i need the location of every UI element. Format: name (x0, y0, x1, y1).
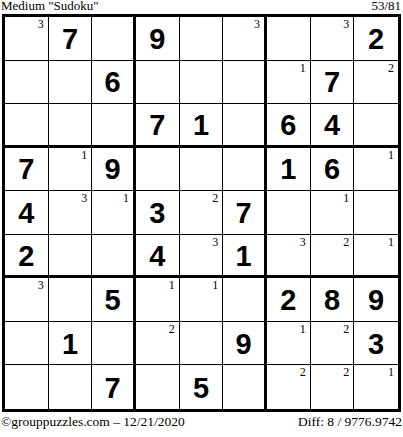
corner-mark: 3 (212, 235, 218, 249)
cell-r6c5[interactable]: 3 (180, 235, 224, 279)
cell-r3c1[interactable] (5, 104, 49, 148)
corner-mark: 2 (343, 322, 349, 336)
cell-r6c8[interactable]: 2 (311, 235, 355, 279)
corner-mark: 1 (388, 148, 394, 162)
corner-mark: 3 (343, 17, 349, 31)
cell-r8c7[interactable]: 1 (267, 322, 311, 366)
cell-r5c5[interactable]: 2 (180, 191, 224, 235)
given-digit: 8 (311, 278, 354, 321)
given-digit: 2 (5, 235, 48, 276)
corner-mark: 3 (300, 235, 306, 249)
cell-r3c7[interactable]: 6 (267, 104, 311, 148)
cell-r5c8[interactable]: 1 (311, 191, 355, 235)
cell-r7c3[interactable]: 5 (92, 278, 136, 322)
cell-r5c1[interactable]: 4 (5, 191, 49, 235)
corner-mark: 2 (212, 191, 218, 205)
cell-r9c9[interactable]: 1 (354, 365, 398, 409)
cell-r5c3[interactable]: 1 (92, 191, 136, 235)
cell-r2c3[interactable]: 6 (92, 61, 136, 105)
cell-r4c9[interactable]: 1 (354, 148, 398, 192)
given-digit: 7 (136, 104, 179, 145)
cell-r4c5[interactable] (180, 148, 224, 192)
cell-r7c1[interactable]: 3 (5, 278, 49, 322)
cell-r1c2[interactable]: 7 (49, 17, 93, 61)
given-digit: 4 (5, 191, 48, 234)
given-digit: 6 (92, 61, 133, 104)
cell-r8c4[interactable]: 2 (136, 322, 180, 366)
cell-r9c2[interactable] (49, 365, 93, 409)
cell-r9c3[interactable]: 7 (92, 365, 136, 409)
cell-r6c3[interactable] (92, 235, 136, 279)
cell-r7c8[interactable]: 8 (311, 278, 355, 322)
cell-r2c7[interactable]: 1 (267, 61, 311, 105)
cell-r1c6[interactable]: 3 (223, 17, 267, 61)
corner-mark: 1 (388, 235, 394, 249)
cell-r8c8[interactable]: 2 (311, 322, 355, 366)
cell-r6c9[interactable]: 1 (354, 235, 398, 279)
cell-r2c2[interactable] (49, 61, 93, 105)
corner-mark: 2 (388, 61, 394, 75)
cell-r8c1[interactable] (5, 322, 49, 366)
corner-mark: 2 (343, 365, 349, 379)
cell-r8c5[interactable] (180, 322, 224, 366)
given-digit: 3 (354, 322, 398, 365)
cell-r8c2[interactable]: 1 (49, 322, 93, 366)
cell-r5c2[interactable]: 3 (49, 191, 93, 235)
corner-mark: 3 (38, 278, 44, 292)
difficulty-text: Diff: 8 / 9776.9742 (298, 414, 402, 430)
cell-r9c4[interactable] (136, 365, 180, 409)
given-digit: 5 (180, 365, 223, 409)
given-digit: 3 (136, 191, 179, 234)
given-digit: 9 (92, 148, 133, 191)
given-digit: 9 (223, 322, 264, 365)
cell-counter: 53/81 (371, 0, 401, 13)
cell-r6c6[interactable]: 1 (223, 235, 267, 279)
given-digit: 1 (267, 148, 310, 191)
corner-mark: 2 (169, 322, 175, 336)
cell-r9c8[interactable]: 2 (311, 365, 355, 409)
given-digit: 6 (267, 104, 310, 145)
cell-r9c5[interactable]: 5 (180, 365, 224, 409)
cell-r3c2[interactable] (49, 104, 93, 148)
puzzle-title: Medium "Sudoku" (1, 0, 99, 13)
given-digit: 9 (136, 17, 179, 60)
corner-mark: 3 (38, 17, 44, 31)
cell-r6c1[interactable]: 2 (5, 235, 49, 279)
cell-r3c8[interactable]: 4 (311, 104, 355, 148)
cell-r8c6[interactable]: 9 (223, 322, 267, 366)
cell-r1c4[interactable]: 9 (136, 17, 180, 61)
corner-mark: 1 (300, 322, 306, 336)
corner-mark: 1 (343, 191, 349, 205)
given-digit: 7 (5, 148, 48, 191)
cell-r4c4[interactable] (136, 148, 180, 192)
cell-r7c5[interactable]: 1 (180, 278, 224, 322)
cell-r3c9[interactable] (354, 104, 398, 148)
cell-r5c4[interactable]: 3 (136, 191, 180, 235)
cell-r3c6[interactable] (223, 104, 267, 148)
given-digit: 2 (354, 17, 398, 60)
given-digit: 7 (311, 61, 354, 104)
cell-r1c9[interactable]: 2 (354, 17, 398, 61)
given-digit: 7 (223, 191, 264, 234)
footer: ©grouppuzzles.com – 12/21/2020 Diff: 8 /… (1, 414, 402, 430)
cell-r5c9[interactable] (354, 191, 398, 235)
cell-r9c7[interactable]: 2 (267, 365, 311, 409)
given-digit: 1 (223, 235, 264, 276)
corner-mark: 1 (300, 61, 306, 75)
given-digit: 1 (180, 104, 223, 145)
cell-r9c1[interactable] (5, 365, 49, 409)
cell-r1c3[interactable] (92, 17, 136, 61)
given-digit: 7 (92, 365, 133, 409)
cell-r4c8[interactable]: 6 (311, 148, 355, 192)
given-digit: 5 (92, 278, 133, 321)
corner-mark: 2 (343, 235, 349, 249)
cell-r2c8[interactable]: 7 (311, 61, 355, 105)
corner-mark: 3 (81, 191, 87, 205)
corner-mark: 1 (81, 148, 87, 162)
header: Medium "Sudoku" 53/81 (1, 0, 401, 13)
given-digit: 7 (49, 17, 92, 60)
corner-mark: 3 (254, 17, 260, 31)
corner-mark: 1 (388, 365, 394, 379)
cell-r7c2[interactable] (49, 278, 93, 322)
given-digit: 6 (311, 148, 354, 191)
given-digit: 4 (311, 104, 354, 145)
given-digit: 4 (136, 235, 179, 276)
cell-r5c7[interactable] (267, 191, 311, 235)
cell-r4c3[interactable]: 9 (92, 148, 136, 192)
cell-r4c6[interactable] (223, 148, 267, 192)
cell-r7c4[interactable]: 1 (136, 278, 180, 322)
cell-r4c1[interactable]: 7 (5, 148, 49, 192)
cell-r2c1[interactable] (5, 61, 49, 105)
copyright-credit: ©grouppuzzles.com – 12/21/2020 (1, 414, 185, 430)
cell-r7c9[interactable]: 9 (354, 278, 398, 322)
cell-r7c6[interactable] (223, 278, 267, 322)
given-digit: 1 (49, 322, 92, 365)
cell-r8c3[interactable] (92, 322, 136, 366)
cell-r2c9[interactable]: 2 (354, 61, 398, 105)
corner-mark: 2 (300, 365, 306, 379)
cell-r7c7[interactable]: 2 (267, 278, 311, 322)
given-digit: 2 (267, 278, 310, 321)
cell-r4c7[interactable]: 1 (267, 148, 311, 192)
cell-r3c4[interactable]: 7 (136, 104, 180, 148)
cell-r1c7[interactable] (267, 17, 311, 61)
cell-r8c9[interactable]: 3 (354, 322, 398, 366)
corner-mark: 1 (212, 278, 218, 292)
cell-r2c5[interactable] (180, 61, 224, 105)
corner-mark: 1 (123, 191, 129, 205)
corner-mark: 1 (169, 278, 175, 292)
cell-r5c6[interactable]: 7 (223, 191, 267, 235)
sudoku-board: 3793326172716471916143132712431321351128… (2, 14, 401, 412)
cell-r1c8[interactable]: 3 (311, 17, 355, 61)
cell-r6c4[interactable]: 4 (136, 235, 180, 279)
cell-r2c6[interactable] (223, 61, 267, 105)
given-digit: 9 (354, 278, 398, 321)
cell-r3c5[interactable]: 1 (180, 104, 224, 148)
cell-r6c7[interactable]: 3 (267, 235, 311, 279)
cell-r9c6[interactable] (223, 365, 267, 409)
cell-r2c4[interactable] (136, 61, 180, 105)
cell-r1c1[interactable]: 3 (5, 17, 49, 61)
cell-r4c2[interactable]: 1 (49, 148, 93, 192)
cell-r3c3[interactable] (92, 104, 136, 148)
cell-r1c5[interactable] (180, 17, 224, 61)
puzzle-page: Medium "Sudoku" 53/81 379332617271647191… (0, 0, 403, 437)
cell-r6c2[interactable] (49, 235, 93, 279)
